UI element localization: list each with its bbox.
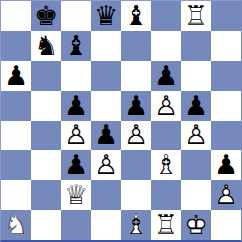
square-b1[interactable] bbox=[31, 210, 61, 240]
square-g4[interactable]: ♟︎♙︎ bbox=[181, 121, 211, 151]
king-white-outline: ♔︎ bbox=[181, 211, 211, 238]
pawn-white-outline: ♙︎ bbox=[121, 121, 151, 148]
chess-board: ♚︎♛︎♝︎♜︎♖︎♞︎♝︎♟︎♟︎♟︎♟︎♟︎♙︎♟︎♟︎♙︎♟︎♟︎♙︎♟︎… bbox=[0, 0, 242, 242]
square-a3[interactable] bbox=[1, 150, 31, 180]
chess-board-grid: ♚︎♛︎♝︎♜︎♖︎♞︎♝︎♟︎♟︎♟︎♟︎♟︎♙︎♟︎♟︎♙︎♟︎♟︎♙︎♟︎… bbox=[1, 1, 241, 240]
square-c1[interactable] bbox=[61, 210, 91, 240]
pawn-black-glyph: ♟︎ bbox=[151, 61, 181, 88]
square-h5[interactable] bbox=[211, 91, 241, 121]
piece-white-rook: ♜︎♖︎ bbox=[151, 210, 181, 240]
pawn-white-outline: ♙︎ bbox=[61, 121, 91, 148]
pawn-black-glyph: ♟︎ bbox=[181, 91, 211, 118]
square-d1[interactable] bbox=[91, 210, 121, 240]
pawn-white-outline: ♙︎ bbox=[151, 91, 181, 118]
square-c6[interactable] bbox=[61, 61, 91, 91]
knight-black-glyph: ♞︎ bbox=[31, 32, 61, 59]
pawn-white-outline: ♙︎ bbox=[211, 181, 241, 208]
piece-black-bishop: ♝︎ bbox=[121, 1, 151, 31]
piece-black-queen: ♛︎ bbox=[91, 1, 121, 31]
square-a8[interactable] bbox=[1, 1, 31, 31]
piece-black-king: ♚︎ bbox=[31, 1, 61, 31]
square-b3[interactable] bbox=[31, 150, 61, 180]
square-a2[interactable] bbox=[1, 180, 31, 210]
square-d4[interactable]: ♟︎ bbox=[91, 121, 121, 151]
square-f3[interactable]: ♝︎♗︎ bbox=[151, 150, 181, 180]
square-h2[interactable]: ♟︎♙︎ bbox=[211, 180, 241, 210]
square-d3[interactable]: ♟︎♙︎ bbox=[91, 150, 121, 180]
piece-white-pawn: ♟︎♙︎ bbox=[61, 121, 91, 151]
piece-black-pawn: ♟︎ bbox=[61, 91, 91, 121]
square-c8[interactable] bbox=[61, 1, 91, 31]
square-f2[interactable] bbox=[151, 180, 181, 210]
square-a4[interactable] bbox=[1, 121, 31, 151]
pawn-black-glyph: ♟︎ bbox=[211, 151, 241, 178]
square-a1[interactable]: ♞︎♘︎ bbox=[1, 210, 31, 240]
square-f8[interactable] bbox=[151, 1, 181, 31]
piece-black-pawn: ♟︎ bbox=[151, 61, 181, 91]
pawn-black-glyph: ♟︎ bbox=[1, 61, 31, 88]
square-a7[interactable] bbox=[1, 31, 31, 61]
piece-white-rook: ♜︎♖︎ bbox=[181, 1, 211, 31]
square-h1[interactable] bbox=[211, 210, 241, 240]
square-g2[interactable] bbox=[181, 180, 211, 210]
square-g1[interactable]: ♚︎♔︎ bbox=[181, 210, 211, 240]
square-g8[interactable]: ♜︎♖︎ bbox=[181, 1, 211, 31]
square-h4[interactable] bbox=[211, 121, 241, 151]
square-b4[interactable] bbox=[31, 121, 61, 151]
square-c7[interactable]: ♝︎ bbox=[61, 31, 91, 61]
square-h8[interactable] bbox=[211, 1, 241, 31]
square-g5[interactable]: ♟︎ bbox=[181, 91, 211, 121]
square-b6[interactable] bbox=[31, 61, 61, 91]
square-a5[interactable] bbox=[1, 91, 31, 121]
square-e7[interactable] bbox=[121, 31, 151, 61]
square-d8[interactable]: ♛︎ bbox=[91, 1, 121, 31]
pawn-black-glyph: ♟︎ bbox=[121, 91, 151, 118]
square-e4[interactable]: ♟︎♙︎ bbox=[121, 121, 151, 151]
king-black-glyph: ♚︎ bbox=[31, 2, 61, 29]
piece-white-pawn: ♟︎♙︎ bbox=[121, 121, 151, 151]
square-h6[interactable] bbox=[211, 61, 241, 91]
square-b5[interactable] bbox=[31, 91, 61, 121]
square-g7[interactable] bbox=[181, 31, 211, 61]
bishop-white-outline: ♗︎ bbox=[121, 211, 151, 238]
square-f7[interactable] bbox=[151, 31, 181, 61]
piece-white-queen: ♛︎♕︎ bbox=[61, 180, 91, 210]
piece-black-pawn: ♟︎ bbox=[1, 61, 31, 91]
square-e5[interactable]: ♟︎ bbox=[121, 91, 151, 121]
pawn-white-outline: ♙︎ bbox=[181, 121, 211, 148]
square-e1[interactable]: ♝︎♗︎ bbox=[121, 210, 151, 240]
square-d2[interactable] bbox=[91, 180, 121, 210]
piece-white-knight: ♞︎♘︎ bbox=[1, 210, 31, 240]
piece-black-pawn: ♟︎ bbox=[181, 91, 211, 121]
bishop-black-glyph: ♝︎ bbox=[121, 2, 151, 29]
rook-white-outline: ♖︎ bbox=[181, 2, 211, 29]
piece-black-pawn: ♟︎ bbox=[91, 121, 121, 151]
square-h7[interactable] bbox=[211, 31, 241, 61]
square-f1[interactable]: ♜︎♖︎ bbox=[151, 210, 181, 240]
square-g3[interactable] bbox=[181, 150, 211, 180]
square-b8[interactable]: ♚︎ bbox=[31, 1, 61, 31]
bishop-white-outline: ♗︎ bbox=[151, 151, 181, 178]
square-f6[interactable]: ♟︎ bbox=[151, 61, 181, 91]
square-e3[interactable] bbox=[121, 150, 151, 180]
rook-white-outline: ♖︎ bbox=[151, 211, 181, 238]
piece-white-pawn: ♟︎♙︎ bbox=[211, 180, 241, 210]
piece-white-bishop: ♝︎♗︎ bbox=[151, 150, 181, 180]
pawn-black-glyph: ♟︎ bbox=[91, 121, 121, 148]
pawn-white-outline: ♙︎ bbox=[91, 151, 121, 178]
piece-black-pawn: ♟︎ bbox=[211, 150, 241, 180]
square-c5[interactable]: ♟︎ bbox=[61, 91, 91, 121]
square-h3[interactable]: ♟︎ bbox=[211, 150, 241, 180]
square-e6[interactable] bbox=[121, 61, 151, 91]
piece-white-bishop: ♝︎♗︎ bbox=[121, 210, 151, 240]
queen-white-outline: ♕︎ bbox=[61, 181, 91, 208]
queen-black-glyph: ♛︎ bbox=[91, 2, 121, 29]
square-c2[interactable]: ♛︎♕︎ bbox=[61, 180, 91, 210]
square-c4[interactable]: ♟︎♙︎ bbox=[61, 121, 91, 151]
square-d7[interactable] bbox=[91, 31, 121, 61]
square-d6[interactable] bbox=[91, 61, 121, 91]
pawn-black-glyph: ♟︎ bbox=[61, 91, 91, 118]
piece-black-bishop: ♝︎ bbox=[61, 31, 91, 61]
piece-white-pawn: ♟︎♙︎ bbox=[181, 121, 211, 151]
square-f4[interactable] bbox=[151, 121, 181, 151]
piece-black-knight: ♞︎ bbox=[31, 31, 61, 61]
piece-black-pawn: ♟︎ bbox=[121, 91, 151, 121]
piece-white-king: ♚︎♔︎ bbox=[181, 210, 211, 240]
knight-white-outline: ♘︎ bbox=[1, 211, 31, 238]
square-e2[interactable] bbox=[121, 180, 151, 210]
piece-white-pawn: ♟︎♙︎ bbox=[91, 150, 121, 180]
bishop-black-glyph: ♝︎ bbox=[61, 32, 91, 59]
square-c3[interactable]: ♟︎ bbox=[61, 150, 91, 180]
pawn-black-glyph: ♟︎ bbox=[61, 151, 91, 178]
square-d5[interactable] bbox=[91, 91, 121, 121]
piece-white-pawn: ♟︎♙︎ bbox=[151, 91, 181, 121]
piece-black-pawn: ♟︎ bbox=[61, 150, 91, 180]
square-b2[interactable] bbox=[31, 180, 61, 210]
square-a6[interactable]: ♟︎ bbox=[1, 61, 31, 91]
square-f5[interactable]: ♟︎♙︎ bbox=[151, 91, 181, 121]
square-g6[interactable] bbox=[181, 61, 211, 91]
square-e8[interactable]: ♝︎ bbox=[121, 1, 151, 31]
square-b7[interactable]: ♞︎ bbox=[31, 31, 61, 61]
